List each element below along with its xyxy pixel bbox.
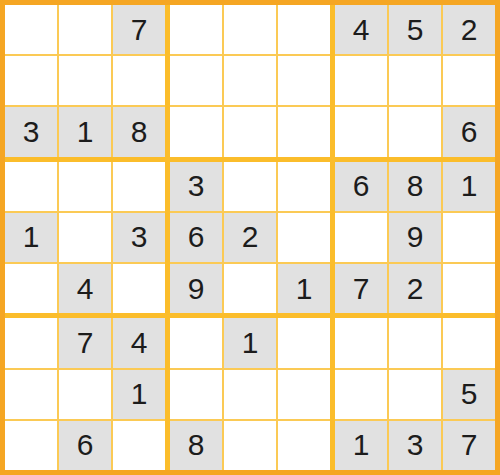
sudoku-empty-cell-r4c1[interactable]	[5, 162, 57, 211]
sudoku-box-9: 5137	[335, 318, 495, 470]
sudoku-given-cell-r3c2: 1	[59, 107, 111, 156]
sudoku-empty-cell-r5c7[interactable]	[335, 213, 387, 262]
sudoku-given-cell-r1c8: 5	[389, 5, 441, 54]
sudoku-given-cell-r6c4: 9	[170, 264, 222, 313]
sudoku-given-cell-r7c2: 7	[59, 318, 111, 367]
sudoku-empty-cell-r8c8[interactable]	[389, 370, 441, 419]
sudoku-empty-cell-r2c9[interactable]	[443, 56, 495, 105]
sudoku-empty-cell-r1c1[interactable]	[5, 5, 57, 54]
sudoku-given-cell-r4c9: 1	[443, 162, 495, 211]
sudoku-empty-cell-r9c3[interactable]	[113, 421, 165, 470]
sudoku-given-cell-r5c1: 1	[5, 213, 57, 262]
sudoku-given-cell-r9c7: 1	[335, 421, 387, 470]
sudoku-given-cell-r6c8: 2	[389, 264, 441, 313]
sudoku-empty-cell-r3c8[interactable]	[389, 107, 441, 156]
sudoku-empty-cell-r4c3[interactable]	[113, 162, 165, 211]
sudoku-given-cell-r7c3: 4	[113, 318, 165, 367]
sudoku-empty-cell-r9c6[interactable]	[278, 421, 330, 470]
sudoku-empty-cell-r1c2[interactable]	[59, 5, 111, 54]
sudoku-empty-cell-r6c9[interactable]	[443, 264, 495, 313]
sudoku-empty-cell-r4c5[interactable]	[224, 162, 276, 211]
sudoku-given-cell-r9c8: 3	[389, 421, 441, 470]
sudoku-empty-cell-r1c5[interactable]	[224, 5, 276, 54]
sudoku-empty-cell-r2c1[interactable]	[5, 56, 57, 105]
sudoku-empty-cell-r1c4[interactable]	[170, 5, 222, 54]
sudoku-given-cell-r5c4: 6	[170, 213, 222, 262]
sudoku-box-2	[170, 5, 330, 157]
sudoku-given-cell-r5c5: 2	[224, 213, 276, 262]
sudoku-given-cell-r4c4: 3	[170, 162, 222, 211]
sudoku-empty-cell-r8c2[interactable]	[59, 370, 111, 419]
sudoku-box-1: 7318	[5, 5, 165, 157]
sudoku-empty-cell-r2c7[interactable]	[335, 56, 387, 105]
sudoku-given-cell-r5c3: 3	[113, 213, 165, 262]
sudoku-given-cell-r1c7: 4	[335, 5, 387, 54]
sudoku-given-cell-r6c2: 4	[59, 264, 111, 313]
sudoku-box-5: 36291	[170, 162, 330, 314]
sudoku-empty-cell-r5c6[interactable]	[278, 213, 330, 262]
sudoku-empty-cell-r8c7[interactable]	[335, 370, 387, 419]
sudoku-empty-cell-r2c5[interactable]	[224, 56, 276, 105]
sudoku-empty-cell-r3c5[interactable]	[224, 107, 276, 156]
sudoku-given-cell-r9c9: 7	[443, 421, 495, 470]
sudoku-given-cell-r3c3: 8	[113, 107, 165, 156]
sudoku-board: 73184526134362916819727416185137	[0, 0, 500, 475]
sudoku-given-cell-r9c2: 6	[59, 421, 111, 470]
sudoku-given-cell-r5c8: 9	[389, 213, 441, 262]
sudoku-empty-cell-r1c6[interactable]	[278, 5, 330, 54]
sudoku-given-cell-r8c9: 5	[443, 370, 495, 419]
sudoku-given-cell-r1c3: 7	[113, 5, 165, 54]
sudoku-given-cell-r9c4: 8	[170, 421, 222, 470]
sudoku-empty-cell-r8c5[interactable]	[224, 370, 276, 419]
sudoku-empty-cell-r5c2[interactable]	[59, 213, 111, 262]
sudoku-given-cell-r7c5: 1	[224, 318, 276, 367]
sudoku-given-cell-r6c7: 7	[335, 264, 387, 313]
sudoku-given-cell-r4c7: 6	[335, 162, 387, 211]
sudoku-box-8: 18	[170, 318, 330, 470]
sudoku-empty-cell-r4c6[interactable]	[278, 162, 330, 211]
sudoku-empty-cell-r6c3[interactable]	[113, 264, 165, 313]
sudoku-empty-cell-r3c7[interactable]	[335, 107, 387, 156]
sudoku-empty-cell-r7c9[interactable]	[443, 318, 495, 367]
sudoku-empty-cell-r2c3[interactable]	[113, 56, 165, 105]
sudoku-empty-cell-r2c6[interactable]	[278, 56, 330, 105]
sudoku-empty-cell-r7c7[interactable]	[335, 318, 387, 367]
sudoku-empty-cell-r6c5[interactable]	[224, 264, 276, 313]
sudoku-empty-cell-r7c1[interactable]	[5, 318, 57, 367]
sudoku-box-7: 7416	[5, 318, 165, 470]
sudoku-given-cell-r1c9: 2	[443, 5, 495, 54]
sudoku-box-6: 681972	[335, 162, 495, 314]
sudoku-empty-cell-r9c1[interactable]	[5, 421, 57, 470]
sudoku-empty-cell-r2c4[interactable]	[170, 56, 222, 105]
sudoku-box-4: 134	[5, 162, 165, 314]
sudoku-boxes: 73184526134362916819727416185137	[5, 5, 495, 470]
sudoku-given-cell-r4c8: 8	[389, 162, 441, 211]
sudoku-given-cell-r3c9: 6	[443, 107, 495, 156]
sudoku-given-cell-r6c6: 1	[278, 264, 330, 313]
sudoku-empty-cell-r8c1[interactable]	[5, 370, 57, 419]
sudoku-empty-cell-r7c8[interactable]	[389, 318, 441, 367]
sudoku-empty-cell-r4c2[interactable]	[59, 162, 111, 211]
sudoku-given-cell-r3c1: 3	[5, 107, 57, 156]
sudoku-given-cell-r8c3: 1	[113, 370, 165, 419]
sudoku-empty-cell-r7c6[interactable]	[278, 318, 330, 367]
sudoku-empty-cell-r3c4[interactable]	[170, 107, 222, 156]
sudoku-empty-cell-r7c4[interactable]	[170, 318, 222, 367]
sudoku-empty-cell-r8c4[interactable]	[170, 370, 222, 419]
sudoku-box-3: 4526	[335, 5, 495, 157]
sudoku-empty-cell-r2c2[interactable]	[59, 56, 111, 105]
sudoku-empty-cell-r9c5[interactable]	[224, 421, 276, 470]
sudoku-empty-cell-r3c6[interactable]	[278, 107, 330, 156]
sudoku-empty-cell-r8c6[interactable]	[278, 370, 330, 419]
sudoku-empty-cell-r5c9[interactable]	[443, 213, 495, 262]
sudoku-empty-cell-r2c8[interactable]	[389, 56, 441, 105]
sudoku-empty-cell-r6c1[interactable]	[5, 264, 57, 313]
